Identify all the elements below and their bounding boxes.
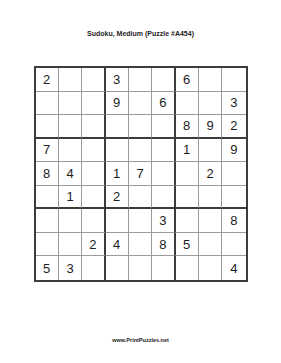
sudoku-cell-r3c1 — [36, 115, 59, 139]
sudoku-cell-r1c1: 2 — [36, 68, 59, 92]
sudoku-cell-r1c2 — [59, 68, 82, 92]
sudoku-cell-r7c8 — [199, 209, 222, 233]
sudoku-cell-r2c2 — [59, 92, 82, 116]
sudoku-cell-r2c6: 6 — [152, 92, 175, 116]
sudoku-cell-r5c1: 8 — [36, 162, 59, 186]
sudoku-cell-r9c3 — [82, 256, 105, 280]
sudoku-cell-r4c5 — [129, 139, 152, 163]
sudoku-cell-r5c3 — [82, 162, 105, 186]
sudoku-cell-r7c9: 8 — [222, 209, 245, 233]
sudoku-cell-r4c2 — [59, 139, 82, 163]
sudoku-cell-r9c2: 3 — [59, 256, 82, 280]
sudoku-cell-r8c8 — [199, 233, 222, 257]
sudoku-cell-r7c3 — [82, 209, 105, 233]
footer-url: www.PrintPuzzles.net — [0, 337, 281, 343]
sudoku-cell-r2c1 — [36, 92, 59, 116]
sudoku-cell-r8c2 — [59, 233, 82, 257]
sudoku-cell-r4c8 — [199, 139, 222, 163]
sudoku-cell-r4c3 — [82, 139, 105, 163]
page: { "page": { "title": "Sudoku, Medium (Pu… — [0, 0, 281, 363]
sudoku-cell-r7c2 — [59, 209, 82, 233]
sudoku-cell-r9c9: 4 — [222, 256, 245, 280]
sudoku-cell-r1c3 — [82, 68, 105, 92]
sudoku-cell-r4c7: 1 — [176, 139, 199, 163]
sudoku-cell-r3c4 — [106, 115, 129, 139]
sudoku-cell-r2c9: 3 — [222, 92, 245, 116]
sudoku-cell-r1c9 — [222, 68, 245, 92]
sudoku-cell-r2c8 — [199, 92, 222, 116]
sudoku-cell-r4c1: 7 — [36, 139, 59, 163]
sudoku-cell-r2c7 — [176, 92, 199, 116]
sudoku-cell-r3c9: 2 — [222, 115, 245, 139]
sudoku-cell-r3c6 — [152, 115, 175, 139]
sudoku-cell-r8c7: 5 — [176, 233, 199, 257]
sudoku-cell-r8c6: 8 — [152, 233, 175, 257]
sudoku-cell-r6c3 — [82, 186, 105, 210]
sudoku-cell-r9c8 — [199, 256, 222, 280]
sudoku-cell-r8c5 — [129, 233, 152, 257]
sudoku-cell-r6c2: 1 — [59, 186, 82, 210]
sudoku-cell-r9c7 — [176, 256, 199, 280]
sudoku-cell-r6c1 — [36, 186, 59, 210]
sudoku-cell-r7c7 — [176, 209, 199, 233]
sudoku-cell-r4c6 — [152, 139, 175, 163]
sudoku-cell-r9c5 — [129, 256, 152, 280]
sudoku-cell-r7c5 — [129, 209, 152, 233]
sudoku-cell-r4c4 — [106, 139, 129, 163]
sudoku-cell-r1c8 — [199, 68, 222, 92]
sudoku-cell-r7c1 — [36, 209, 59, 233]
sudoku-cell-r2c4: 9 — [106, 92, 129, 116]
sudoku-cell-r7c4 — [106, 209, 129, 233]
sudoku-cell-r7c6: 3 — [152, 209, 175, 233]
sudoku-cell-r4c9: 9 — [222, 139, 245, 163]
sudoku-cell-r1c5 — [129, 68, 152, 92]
sudoku-cell-r6c8 — [199, 186, 222, 210]
sudoku-cell-r8c1 — [36, 233, 59, 257]
sudoku-cell-r6c6 — [152, 186, 175, 210]
sudoku-cell-r5c4: 1 — [106, 162, 129, 186]
sudoku-cell-r5c6 — [152, 162, 175, 186]
sudoku-cell-r5c8: 2 — [199, 162, 222, 186]
sudoku-cell-r9c1: 5 — [36, 256, 59, 280]
sudoku-cell-r5c5: 7 — [129, 162, 152, 186]
sudoku-cell-r9c4 — [106, 256, 129, 280]
sudoku-cell-r2c3 — [82, 92, 105, 116]
sudoku-cell-r3c2 — [59, 115, 82, 139]
sudoku-cell-r9c6 — [152, 256, 175, 280]
sudoku-cell-r1c6 — [152, 68, 175, 92]
sudoku-cell-r5c2: 4 — [59, 162, 82, 186]
sudoku-cell-r8c3: 2 — [82, 233, 105, 257]
sudoku-cell-r3c3 — [82, 115, 105, 139]
sudoku-cell-r6c9 — [222, 186, 245, 210]
sudoku-cell-r5c7 — [176, 162, 199, 186]
sudoku-cell-r6c4: 2 — [106, 186, 129, 210]
sudoku-cell-r6c7 — [176, 186, 199, 210]
sudoku-cell-r1c7: 6 — [176, 68, 199, 92]
sudoku-cell-r3c5 — [129, 115, 152, 139]
sudoku-cell-r2c5 — [129, 92, 152, 116]
page-title: Sudoku, Medium (Puzzle #A454) — [0, 30, 281, 38]
sudoku-cell-r8c9 — [222, 233, 245, 257]
sudoku-cell-r6c5 — [129, 186, 152, 210]
sudoku-cell-r3c7: 8 — [176, 115, 199, 139]
sudoku-cell-r3c8: 9 — [199, 115, 222, 139]
sudoku-cell-r1c4: 3 — [106, 68, 129, 92]
sudoku-grid: 2369638927198417212382485534 — [34, 66, 248, 282]
sudoku-cell-r5c9 — [222, 162, 245, 186]
sudoku-cell-r8c4: 4 — [106, 233, 129, 257]
